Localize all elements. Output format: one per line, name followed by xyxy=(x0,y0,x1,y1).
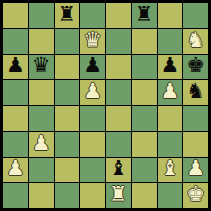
black-queen-piece: ♛ xyxy=(32,55,51,76)
black-king-piece: ♚ xyxy=(186,55,205,76)
square-b8[interactable] xyxy=(29,3,54,28)
square-d5[interactable]: ♟ xyxy=(80,80,105,105)
square-a7[interactable] xyxy=(3,29,28,54)
white-king-piece: ♚ xyxy=(186,184,205,205)
square-e5[interactable] xyxy=(106,80,131,105)
square-b2[interactable] xyxy=(29,158,54,183)
square-b6[interactable]: ♛ xyxy=(29,55,54,80)
square-a1[interactable] xyxy=(3,183,28,208)
square-g4[interactable] xyxy=(158,106,183,131)
square-c4[interactable] xyxy=(55,106,80,131)
square-b4[interactable] xyxy=(29,106,54,131)
square-h1[interactable]: ♚ xyxy=(183,183,208,208)
chess-board: ♜♜♛♞♟♛♟♟♚♟♟♞♟♟♝♝♟♜♚ xyxy=(0,0,211,211)
board-grid: ♜♜♛♞♟♛♟♟♚♟♟♞♟♟♝♝♟♜♚ xyxy=(3,3,208,208)
square-g5[interactable]: ♟ xyxy=(158,80,183,105)
square-b1[interactable] xyxy=(29,183,54,208)
square-h5[interactable]: ♞ xyxy=(183,80,208,105)
square-e1[interactable]: ♜ xyxy=(106,183,131,208)
square-c2[interactable] xyxy=(55,158,80,183)
square-e7[interactable] xyxy=(106,29,131,54)
black-pawn-piece: ♟ xyxy=(6,55,25,76)
black-rook-piece: ♜ xyxy=(57,4,76,25)
black-rook-piece: ♜ xyxy=(135,4,154,25)
square-f7[interactable] xyxy=(132,29,157,54)
white-rook-piece: ♜ xyxy=(109,184,128,205)
white-pawn-piece: ♟ xyxy=(32,133,51,154)
white-queen-piece: ♛ xyxy=(83,30,102,51)
black-bishop-piece: ♝ xyxy=(109,158,128,179)
square-d3[interactable] xyxy=(80,132,105,157)
square-a5[interactable] xyxy=(3,80,28,105)
square-f1[interactable] xyxy=(132,183,157,208)
square-f2[interactable] xyxy=(132,158,157,183)
square-f6[interactable] xyxy=(132,55,157,80)
square-f4[interactable] xyxy=(132,106,157,131)
square-h6[interactable]: ♚ xyxy=(183,55,208,80)
square-c1[interactable] xyxy=(55,183,80,208)
square-a3[interactable] xyxy=(3,132,28,157)
white-pawn-piece: ♟ xyxy=(186,158,205,179)
square-a8[interactable] xyxy=(3,3,28,28)
square-d8[interactable] xyxy=(80,3,105,28)
black-pawn-piece: ♟ xyxy=(160,55,179,76)
square-f5[interactable] xyxy=(132,80,157,105)
square-c5[interactable] xyxy=(55,80,80,105)
square-h4[interactable] xyxy=(183,106,208,131)
square-c8[interactable]: ♜ xyxy=(55,3,80,28)
square-h8[interactable] xyxy=(183,3,208,28)
square-e3[interactable] xyxy=(106,132,131,157)
white-pawn-piece: ♟ xyxy=(6,158,25,179)
square-b3[interactable]: ♟ xyxy=(29,132,54,157)
square-a4[interactable] xyxy=(3,106,28,131)
square-g8[interactable] xyxy=(158,3,183,28)
white-knight-piece: ♞ xyxy=(186,30,205,51)
square-f3[interactable] xyxy=(132,132,157,157)
square-h7[interactable]: ♞ xyxy=(183,29,208,54)
black-pawn-piece: ♟ xyxy=(83,55,102,76)
square-d2[interactable] xyxy=(80,158,105,183)
square-d1[interactable] xyxy=(80,183,105,208)
square-g2[interactable]: ♝ xyxy=(158,158,183,183)
square-d6[interactable]: ♟ xyxy=(80,55,105,80)
square-a6[interactable]: ♟ xyxy=(3,55,28,80)
square-b5[interactable] xyxy=(29,80,54,105)
square-e4[interactable] xyxy=(106,106,131,131)
square-g6[interactable]: ♟ xyxy=(158,55,183,80)
white-bishop-piece: ♝ xyxy=(160,158,179,179)
square-e6[interactable] xyxy=(106,55,131,80)
square-e8[interactable] xyxy=(106,3,131,28)
white-pawn-piece: ♟ xyxy=(160,81,179,102)
square-g1[interactable] xyxy=(158,183,183,208)
square-d7[interactable]: ♛ xyxy=(80,29,105,54)
square-g7[interactable] xyxy=(158,29,183,54)
square-c7[interactable] xyxy=(55,29,80,54)
white-pawn-piece: ♟ xyxy=(83,81,102,102)
square-g3[interactable] xyxy=(158,132,183,157)
square-h2[interactable]: ♟ xyxy=(183,158,208,183)
square-d4[interactable] xyxy=(80,106,105,131)
square-c6[interactable] xyxy=(55,55,80,80)
square-a2[interactable]: ♟ xyxy=(3,158,28,183)
square-h3[interactable] xyxy=(183,132,208,157)
square-e2[interactable]: ♝ xyxy=(106,158,131,183)
black-knight-piece: ♞ xyxy=(186,81,205,102)
square-f8[interactable]: ♜ xyxy=(132,3,157,28)
square-c3[interactable] xyxy=(55,132,80,157)
square-b7[interactable] xyxy=(29,29,54,54)
